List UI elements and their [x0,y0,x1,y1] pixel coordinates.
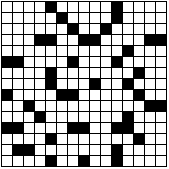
white-cell[interactable] [57,2,67,12]
black-cell [35,112,45,122]
white-cell[interactable] [90,134,100,144]
white-cell[interactable] [101,134,111,144]
black-cell [13,123,23,133]
white-cell[interactable] [57,123,67,133]
white-cell[interactable] [79,68,89,78]
white-cell[interactable] [68,35,78,45]
white-cell[interactable] [2,145,12,155]
white-cell[interactable] [35,46,45,56]
black-cell [123,79,133,89]
white-cell[interactable] [2,24,12,34]
black-cell [46,35,56,45]
black-cell [2,123,12,133]
black-cell [2,90,12,100]
white-cell[interactable] [24,13,34,23]
black-cell [101,24,111,34]
white-cell[interactable] [90,57,100,67]
black-cell [46,68,56,78]
white-cell[interactable] [112,112,122,122]
white-cell[interactable] [2,156,12,166]
white-cell[interactable] [123,101,133,111]
black-cell [24,101,34,111]
white-cell[interactable] [24,134,34,144]
white-cell[interactable] [101,35,111,45]
white-cell[interactable] [79,134,89,144]
white-cell[interactable] [145,79,155,89]
white-cell[interactable] [101,13,111,23]
white-cell[interactable] [134,112,144,122]
white-cell[interactable] [46,13,56,23]
white-cell[interactable] [79,112,89,122]
white-cell[interactable] [46,112,56,122]
white-cell[interactable] [156,13,166,23]
white-cell[interactable] [24,24,34,34]
white-cell[interactable] [24,35,34,45]
black-cell [134,90,144,100]
white-cell[interactable] [156,112,166,122]
white-cell[interactable] [35,90,45,100]
white-cell[interactable] [134,35,144,45]
black-cell [79,35,89,45]
white-cell[interactable] [24,57,34,67]
white-cell[interactable] [13,134,23,144]
white-cell[interactable] [35,134,45,144]
white-cell[interactable] [35,24,45,34]
white-cell[interactable] [57,156,67,166]
white-cell[interactable] [134,123,144,133]
white-cell[interactable] [24,112,34,122]
white-cell[interactable] [2,101,12,111]
black-cell [13,57,23,67]
black-cell [68,24,78,34]
white-cell[interactable] [68,145,78,155]
white-cell[interactable] [134,101,144,111]
white-cell[interactable] [101,79,111,89]
white-cell[interactable] [46,24,56,34]
white-cell[interactable] [112,46,122,56]
white-cell[interactable] [46,57,56,67]
black-cell [112,57,122,67]
white-cell[interactable] [46,101,56,111]
white-cell[interactable] [46,145,56,155]
black-cell [68,123,78,133]
white-cell[interactable] [112,90,122,100]
white-cell[interactable] [90,90,100,100]
crossword-page [0,0,169,169]
white-cell[interactable] [24,123,34,133]
black-cell [123,46,133,56]
white-cell[interactable] [35,156,45,166]
white-cell[interactable] [90,2,100,12]
white-cell[interactable] [35,145,45,155]
white-cell[interactable] [68,2,78,12]
white-cell[interactable] [2,134,12,144]
white-cell[interactable] [112,68,122,78]
white-cell[interactable] [57,101,67,111]
white-cell[interactable] [46,123,56,133]
white-cell[interactable] [145,57,155,67]
white-cell[interactable] [68,79,78,89]
white-cell[interactable] [145,24,155,34]
white-cell[interactable] [68,46,78,56]
black-cell [123,112,133,122]
white-cell[interactable] [24,46,34,56]
white-cell[interactable] [79,2,89,12]
white-cell[interactable] [13,24,23,34]
white-cell[interactable] [145,68,155,78]
black-cell [134,68,144,78]
white-cell[interactable] [156,90,166,100]
white-cell[interactable] [112,79,122,89]
white-cell[interactable] [35,123,45,133]
black-cell [123,123,133,133]
white-cell[interactable] [2,68,12,78]
black-cell [35,35,45,45]
white-cell[interactable] [79,145,89,155]
black-cell [112,123,122,133]
white-cell[interactable] [101,101,111,111]
white-cell[interactable] [90,145,100,155]
white-cell[interactable] [57,24,67,34]
white-cell[interactable] [123,134,133,144]
white-cell[interactable] [134,24,144,34]
white-cell[interactable] [145,145,155,155]
white-cell[interactable] [101,123,111,133]
white-cell[interactable] [57,112,67,122]
black-cell [46,2,56,12]
black-cell [112,156,122,166]
white-cell[interactable] [101,2,111,12]
black-cell [79,123,89,133]
white-cell[interactable] [156,123,166,133]
white-cell[interactable] [156,68,166,78]
white-cell[interactable] [90,46,100,56]
black-cell [46,156,56,166]
white-cell[interactable] [57,35,67,45]
white-cell[interactable] [90,156,100,166]
white-cell[interactable] [90,24,100,34]
white-cell[interactable] [145,134,155,144]
white-cell[interactable] [101,156,111,166]
white-cell[interactable] [35,57,45,67]
black-cell [68,90,78,100]
black-cell [134,134,144,144]
black-cell [90,35,100,45]
white-cell[interactable] [35,101,45,111]
white-cell[interactable] [35,79,45,89]
white-cell[interactable] [68,112,78,122]
white-cell[interactable] [2,112,12,122]
white-cell[interactable] [145,112,155,122]
white-cell[interactable] [156,57,166,67]
white-cell[interactable] [145,46,155,56]
white-cell[interactable] [145,2,155,12]
white-cell[interactable] [2,35,12,45]
white-cell[interactable] [101,57,111,67]
white-cell[interactable] [79,13,89,23]
white-cell[interactable] [2,79,12,89]
white-cell[interactable] [35,68,45,78]
white-cell[interactable] [134,145,144,155]
white-cell[interactable] [2,13,12,23]
white-cell[interactable] [156,79,166,89]
white-cell[interactable] [57,68,67,78]
white-cell[interactable] [68,68,78,78]
white-cell[interactable] [2,46,12,56]
white-cell[interactable] [123,145,133,155]
white-cell[interactable] [68,156,78,166]
white-cell[interactable] [123,68,133,78]
white-cell[interactable] [112,101,122,111]
black-cell [46,79,56,89]
white-cell[interactable] [13,112,23,122]
white-cell[interactable] [35,2,45,12]
white-cell[interactable] [13,101,23,111]
white-cell[interactable] [24,2,34,12]
white-cell[interactable] [101,145,111,155]
white-cell[interactable] [145,156,155,166]
white-cell[interactable] [112,35,122,45]
white-cell[interactable] [112,24,122,34]
white-cell[interactable] [101,68,111,78]
white-cell[interactable] [24,90,34,100]
white-cell[interactable] [68,101,78,111]
white-cell[interactable] [79,90,89,100]
white-cell[interactable] [123,2,133,12]
white-cell[interactable] [79,24,89,34]
white-cell[interactable] [13,68,23,78]
white-cell[interactable] [134,57,144,67]
white-cell[interactable] [156,156,166,166]
white-cell[interactable] [90,123,100,133]
white-cell[interactable] [134,79,144,89]
white-cell[interactable] [2,2,12,12]
black-cell [57,90,67,100]
white-cell[interactable] [46,90,56,100]
white-cell[interactable] [134,46,144,56]
white-cell[interactable] [79,101,89,111]
white-cell[interactable] [68,134,78,144]
white-cell[interactable] [156,134,166,144]
black-cell [145,35,155,45]
white-cell[interactable] [13,90,23,100]
white-cell[interactable] [68,13,78,23]
black-cell [145,101,155,111]
white-cell[interactable] [90,101,100,111]
black-cell [13,145,23,155]
white-cell[interactable] [57,79,67,89]
white-cell[interactable] [156,145,166,155]
white-cell[interactable] [24,79,34,89]
white-cell[interactable] [13,46,23,56]
white-cell[interactable] [57,57,67,67]
white-cell[interactable] [123,156,133,166]
white-cell[interactable] [156,46,166,56]
white-cell[interactable] [90,13,100,23]
black-cell [112,145,122,155]
white-cell[interactable] [123,57,133,67]
white-cell[interactable] [145,123,155,133]
black-cell [90,79,100,89]
white-cell[interactable] [79,79,89,89]
black-cell [68,57,78,67]
black-cell [112,2,122,12]
white-cell[interactable] [156,24,166,34]
white-cell[interactable] [123,24,133,34]
white-cell[interactable] [101,46,111,56]
white-cell[interactable] [123,35,133,45]
white-cell[interactable] [46,46,56,56]
white-cell[interactable] [13,2,23,12]
white-cell[interactable] [24,156,34,166]
white-cell[interactable] [101,112,111,122]
white-cell[interactable] [123,90,133,100]
white-cell[interactable] [13,35,23,45]
white-cell[interactable] [134,156,144,166]
white-cell[interactable] [156,2,166,12]
white-cell[interactable] [145,13,155,23]
white-cell[interactable] [35,13,45,23]
black-cell [2,57,12,67]
white-cell[interactable] [90,112,100,122]
black-cell [57,13,67,23]
white-cell[interactable] [134,13,144,23]
white-cell[interactable] [134,2,144,12]
white-cell[interactable] [112,134,122,144]
white-cell[interactable] [24,68,34,78]
white-cell[interactable] [123,13,133,23]
white-cell[interactable] [57,46,67,56]
white-cell[interactable] [101,90,111,100]
black-cell [156,35,166,45]
white-cell[interactable] [57,134,67,144]
white-cell[interactable] [13,156,23,166]
white-cell[interactable] [145,90,155,100]
white-cell[interactable] [79,57,89,67]
white-cell[interactable] [13,79,23,89]
black-cell [79,156,89,166]
white-cell[interactable] [13,13,23,23]
black-cell [24,145,34,155]
white-cell[interactable] [79,46,89,56]
black-cell [112,13,122,23]
black-cell [46,134,56,144]
black-cell [156,101,166,111]
white-cell[interactable] [90,68,100,78]
crossword-grid [1,1,167,167]
white-cell[interactable] [57,145,67,155]
